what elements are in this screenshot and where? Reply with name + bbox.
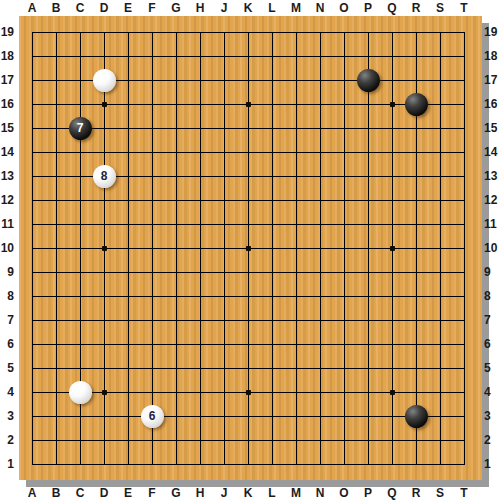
- star-point-Q16: [390, 102, 395, 107]
- coord-right-13: 13: [484, 169, 500, 183]
- coord-right-16: 16: [484, 97, 500, 111]
- coord-bottom-H: H: [191, 486, 209, 500]
- coord-top-S: S: [431, 1, 449, 15]
- coord-left-10: 10: [0, 241, 14, 255]
- coord-right-14: 14: [484, 145, 500, 159]
- star-point-D10: [102, 246, 107, 251]
- coord-left-2: 2: [0, 433, 14, 447]
- move-number-label: 7: [69, 117, 92, 140]
- coord-right-17: 17: [484, 73, 500, 87]
- coord-bottom-G: G: [167, 486, 185, 500]
- coord-top-Q: Q: [383, 1, 401, 15]
- coord-left-1: 1: [0, 457, 14, 471]
- coord-right-6: 6: [484, 337, 500, 351]
- coord-left-11: 11: [0, 217, 14, 231]
- grid-line-horizontal: [32, 440, 465, 441]
- coord-left-17: 17: [0, 73, 14, 87]
- star-point-K10: [246, 246, 251, 251]
- coord-bottom-E: E: [119, 486, 137, 500]
- grid-line-horizontal: [32, 296, 465, 297]
- grid-line-vertical: [368, 32, 369, 465]
- stone-R16[interactable]: [405, 93, 428, 116]
- coord-bottom-N: N: [311, 486, 329, 500]
- grid-line-horizontal: [32, 464, 465, 465]
- coord-right-15: 15: [484, 121, 500, 135]
- coord-right-2: 2: [484, 433, 500, 447]
- coord-top-N: N: [311, 1, 329, 15]
- coord-bottom-B: B: [47, 486, 65, 500]
- move-number-label: 6: [141, 405, 164, 428]
- coord-right-18: 18: [484, 49, 500, 63]
- coord-right-1: 1: [484, 457, 500, 471]
- coord-bottom-C: C: [71, 486, 89, 500]
- stone-C15[interactable]: 7: [69, 117, 92, 140]
- coord-top-F: F: [143, 1, 161, 15]
- coord-bottom-A: A: [23, 486, 41, 500]
- coord-bottom-F: F: [143, 486, 161, 500]
- coord-bottom-D: D: [95, 486, 113, 500]
- coord-left-8: 8: [0, 289, 14, 303]
- coord-left-7: 7: [0, 313, 14, 327]
- star-point-Q4: [390, 390, 395, 395]
- star-point-D16: [102, 102, 107, 107]
- grid-line-horizontal: [32, 344, 465, 345]
- coord-bottom-J: J: [215, 486, 233, 500]
- go-app-screen: 786 AABBCCDDEEFFGGHHJJKKLLMMNNOOPPQQRRSS…: [0, 0, 500, 500]
- coord-bottom-L: L: [263, 486, 281, 500]
- coord-top-T: T: [455, 1, 473, 15]
- coord-top-D: D: [95, 1, 113, 15]
- stone-D17[interactable]: [93, 69, 116, 92]
- coord-top-C: C: [71, 1, 89, 15]
- coord-top-E: E: [119, 1, 137, 15]
- star-point-Q10: [390, 246, 395, 251]
- coord-left-6: 6: [0, 337, 14, 351]
- stone-R3[interactable]: [405, 405, 428, 428]
- coord-top-H: H: [191, 1, 209, 15]
- star-point-D4: [102, 390, 107, 395]
- coord-top-P: P: [359, 1, 377, 15]
- coord-left-9: 9: [0, 265, 14, 279]
- coord-left-16: 16: [0, 97, 14, 111]
- star-point-K4: [246, 390, 251, 395]
- go-board[interactable]: 786: [19, 16, 482, 480]
- coord-left-5: 5: [0, 361, 14, 375]
- coord-top-L: L: [263, 1, 281, 15]
- coord-bottom-Q: Q: [383, 486, 401, 500]
- coord-left-4: 4: [0, 385, 14, 399]
- grid-line-vertical: [440, 32, 441, 465]
- coord-top-M: M: [287, 1, 305, 15]
- coord-right-4: 4: [484, 385, 500, 399]
- stone-P17[interactable]: [357, 69, 380, 92]
- coord-right-5: 5: [484, 361, 500, 375]
- coord-bottom-R: R: [407, 486, 425, 500]
- coord-left-15: 15: [0, 121, 14, 135]
- coord-bottom-K: K: [239, 486, 257, 500]
- coord-left-13: 13: [0, 169, 14, 183]
- coord-top-R: R: [407, 1, 425, 15]
- coord-right-7: 7: [484, 313, 500, 327]
- coord-right-11: 11: [484, 217, 500, 231]
- coord-top-A: A: [23, 1, 41, 15]
- coord-left-19: 19: [0, 25, 14, 39]
- coord-top-J: J: [215, 1, 233, 15]
- coord-bottom-P: P: [359, 486, 377, 500]
- coord-bottom-S: S: [431, 486, 449, 500]
- star-point-K16: [246, 102, 251, 107]
- coord-right-10: 10: [484, 241, 500, 255]
- coord-right-3: 3: [484, 409, 500, 423]
- grid-line-vertical: [296, 32, 297, 465]
- coord-left-3: 3: [0, 409, 14, 423]
- coord-left-18: 18: [0, 49, 14, 63]
- grid-line-horizontal: [32, 368, 465, 369]
- grid-line-vertical: [272, 32, 273, 465]
- coord-bottom-T: T: [455, 486, 473, 500]
- grid-line-vertical: [464, 32, 465, 465]
- coord-right-19: 19: [484, 25, 500, 39]
- coord-top-B: B: [47, 1, 65, 15]
- grid-line-vertical: [320, 32, 321, 465]
- coord-right-9: 9: [484, 265, 500, 279]
- stone-F3[interactable]: 6: [141, 405, 164, 428]
- stone-D13[interactable]: 8: [93, 165, 116, 188]
- move-number-label: 8: [93, 165, 116, 188]
- coord-right-12: 12: [484, 193, 500, 207]
- grid-line-horizontal: [32, 320, 465, 321]
- coord-top-G: G: [167, 1, 185, 15]
- grid-line-horizontal: [32, 416, 465, 417]
- coord-bottom-M: M: [287, 486, 305, 500]
- grid-line-horizontal: [32, 272, 465, 273]
- coord-left-12: 12: [0, 193, 14, 207]
- coord-top-O: O: [335, 1, 353, 15]
- coord-top-K: K: [239, 1, 257, 15]
- stone-C4[interactable]: [69, 381, 92, 404]
- coord-right-8: 8: [484, 289, 500, 303]
- grid-line-vertical: [344, 32, 345, 465]
- coord-left-14: 14: [0, 145, 14, 159]
- coord-bottom-O: O: [335, 486, 353, 500]
